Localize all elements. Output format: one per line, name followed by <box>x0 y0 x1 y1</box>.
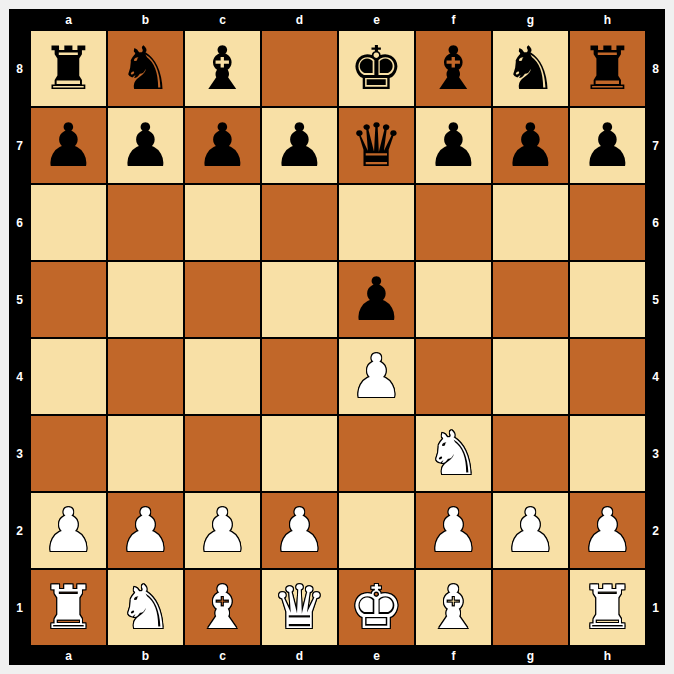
square-d3[interactable] <box>261 415 338 492</box>
square-h7[interactable]: ♟ <box>569 107 646 184</box>
piece-black-pawn[interactable]: ♟ <box>350 262 404 337</box>
square-h4[interactable] <box>569 338 646 415</box>
file-label-b: b <box>107 9 184 30</box>
piece-white-pawn[interactable]: ♟ <box>273 493 327 568</box>
frame-corner <box>9 646 30 665</box>
piece-white-pawn[interactable]: ♟ <box>350 339 404 414</box>
piece-white-rook[interactable]: ♜ <box>42 570 96 645</box>
piece-white-knight[interactable]: ♞ <box>427 416 481 491</box>
square-e1[interactable]: ♚ <box>338 569 415 646</box>
frame-corner <box>9 9 30 30</box>
file-label-e: e <box>338 9 415 30</box>
piece-black-king[interactable]: ♚ <box>350 31 404 106</box>
square-e8[interactable]: ♚ <box>338 30 415 107</box>
file-label-b: b <box>107 646 184 665</box>
piece-black-knight[interactable]: ♞ <box>119 31 173 106</box>
rank-label-6: 6 <box>646 184 665 261</box>
square-g2[interactable]: ♟ <box>492 492 569 569</box>
file-label-c: c <box>184 646 261 665</box>
file-label-h: h <box>569 9 646 30</box>
square-a1[interactable]: ♜ <box>30 569 107 646</box>
square-d7[interactable]: ♟ <box>261 107 338 184</box>
square-d5[interactable] <box>261 261 338 338</box>
piece-black-bishop[interactable]: ♝ <box>196 31 250 106</box>
rank-label-7: 7 <box>646 107 665 184</box>
square-f2[interactable]: ♟ <box>415 492 492 569</box>
square-b7[interactable]: ♟ <box>107 107 184 184</box>
square-g7[interactable]: ♟ <box>492 107 569 184</box>
rank-label-4: 4 <box>9 338 30 415</box>
rank-label-1: 1 <box>646 569 665 646</box>
piece-black-bishop[interactable]: ♝ <box>427 31 481 106</box>
piece-white-pawn[interactable]: ♟ <box>504 493 558 568</box>
rank-label-3: 3 <box>646 415 665 492</box>
square-d6[interactable] <box>261 184 338 261</box>
square-f1[interactable]: ♝ <box>415 569 492 646</box>
frame-corner <box>646 646 665 665</box>
file-label-f: f <box>415 646 492 665</box>
rank-label-2: 2 <box>9 492 30 569</box>
square-a2[interactable]: ♟ <box>30 492 107 569</box>
file-label-h: h <box>569 646 646 665</box>
square-a8[interactable]: ♜ <box>30 30 107 107</box>
square-a4[interactable] <box>30 338 107 415</box>
piece-black-knight[interactable]: ♞ <box>504 31 558 106</box>
rank-labels-left: 87654321 <box>9 30 30 646</box>
rank-label-5: 5 <box>646 261 665 338</box>
piece-white-bishop[interactable]: ♝ <box>427 570 481 645</box>
piece-white-pawn[interactable]: ♟ <box>42 493 96 568</box>
square-d8[interactable] <box>261 30 338 107</box>
piece-black-pawn[interactable]: ♟ <box>504 108 558 183</box>
piece-white-rook[interactable]: ♜ <box>581 570 635 645</box>
rank-labels-right: 87654321 <box>646 30 665 646</box>
piece-white-bishop[interactable]: ♝ <box>196 570 250 645</box>
square-e4[interactable]: ♟ <box>338 338 415 415</box>
square-f8[interactable]: ♝ <box>415 30 492 107</box>
square-d1[interactable]: ♛ <box>261 569 338 646</box>
square-d4[interactable] <box>261 338 338 415</box>
square-c8[interactable]: ♝ <box>184 30 261 107</box>
rank-label-8: 8 <box>646 30 665 107</box>
square-b8[interactable]: ♞ <box>107 30 184 107</box>
square-c6[interactable] <box>184 184 261 261</box>
square-c3[interactable] <box>184 415 261 492</box>
frame-corner <box>646 9 665 30</box>
file-label-a: a <box>30 9 107 30</box>
square-b4[interactable] <box>107 338 184 415</box>
rank-label-6: 6 <box>9 184 30 261</box>
square-h2[interactable]: ♟ <box>569 492 646 569</box>
file-label-g: g <box>492 9 569 30</box>
square-h1[interactable]: ♜ <box>569 569 646 646</box>
square-b1[interactable]: ♞ <box>107 569 184 646</box>
square-f4[interactable] <box>415 338 492 415</box>
square-b5[interactable] <box>107 261 184 338</box>
piece-white-knight[interactable]: ♞ <box>119 570 173 645</box>
piece-black-pawn[interactable]: ♟ <box>581 108 635 183</box>
square-h6[interactable] <box>569 184 646 261</box>
square-g6[interactable] <box>492 184 569 261</box>
square-c2[interactable]: ♟ <box>184 492 261 569</box>
file-label-e: e <box>338 646 415 665</box>
piece-black-rook[interactable]: ♜ <box>581 31 635 106</box>
square-e2[interactable] <box>338 492 415 569</box>
square-c4[interactable] <box>184 338 261 415</box>
file-label-d: d <box>261 9 338 30</box>
piece-white-queen[interactable]: ♛ <box>273 570 327 645</box>
piece-black-pawn[interactable]: ♟ <box>427 108 481 183</box>
file-labels-bottom: abcdefgh <box>30 646 646 665</box>
square-a5[interactable] <box>30 261 107 338</box>
square-h5[interactable] <box>569 261 646 338</box>
square-f5[interactable] <box>415 261 492 338</box>
file-label-c: c <box>184 9 261 30</box>
rank-label-7: 7 <box>9 107 30 184</box>
square-f3[interactable]: ♞ <box>415 415 492 492</box>
page-background: abcdefgh 87654321 ♜♞♝♚♝♞♜♟♟♟♟♛♟♟♟♟♟♞♟♟♟♟… <box>0 0 674 674</box>
rank-label-2: 2 <box>646 492 665 569</box>
rank-label-4: 4 <box>646 338 665 415</box>
rank-label-1: 1 <box>9 569 30 646</box>
square-g1[interactable] <box>492 569 569 646</box>
square-e5[interactable]: ♟ <box>338 261 415 338</box>
piece-black-rook[interactable]: ♜ <box>42 31 96 106</box>
piece-black-pawn[interactable]: ♟ <box>42 108 96 183</box>
piece-black-pawn[interactable]: ♟ <box>273 108 327 183</box>
file-label-g: g <box>492 646 569 665</box>
file-labels-top: abcdefgh <box>30 9 646 30</box>
piece-black-pawn[interactable]: ♟ <box>119 108 173 183</box>
square-b3[interactable] <box>107 415 184 492</box>
file-label-f: f <box>415 9 492 30</box>
square-h3[interactable] <box>569 415 646 492</box>
square-g8[interactable]: ♞ <box>492 30 569 107</box>
piece-white-pawn[interactable]: ♟ <box>119 493 173 568</box>
piece-white-pawn[interactable]: ♟ <box>581 493 635 568</box>
chess-board: ♜♞♝♚♝♞♜♟♟♟♟♛♟♟♟♟♟♞♟♟♟♟♟♟♟♜♞♝♛♚♝♜ <box>30 30 646 646</box>
piece-white-king[interactable]: ♚ <box>350 570 404 645</box>
square-a7[interactable]: ♟ <box>30 107 107 184</box>
square-c7[interactable]: ♟ <box>184 107 261 184</box>
square-a6[interactable] <box>30 184 107 261</box>
piece-white-pawn[interactable]: ♟ <box>196 493 250 568</box>
rank-label-3: 3 <box>9 415 30 492</box>
square-f6[interactable] <box>415 184 492 261</box>
square-e3[interactable] <box>338 415 415 492</box>
square-e7[interactable]: ♛ <box>338 107 415 184</box>
square-g3[interactable] <box>492 415 569 492</box>
rank-label-8: 8 <box>9 30 30 107</box>
piece-white-pawn[interactable]: ♟ <box>427 493 481 568</box>
square-b6[interactable] <box>107 184 184 261</box>
file-label-a: a <box>30 646 107 665</box>
file-label-d: d <box>261 646 338 665</box>
piece-black-queen[interactable]: ♛ <box>350 108 404 183</box>
square-g5[interactable] <box>492 261 569 338</box>
square-a3[interactable] <box>30 415 107 492</box>
rank-label-5: 5 <box>9 261 30 338</box>
chess-board-frame: abcdefgh 87654321 ♜♞♝♚♝♞♜♟♟♟♟♛♟♟♟♟♟♞♟♟♟♟… <box>9 9 665 665</box>
square-e6[interactable] <box>338 184 415 261</box>
square-c1[interactable]: ♝ <box>184 569 261 646</box>
square-c5[interactable] <box>184 261 261 338</box>
square-b2[interactable]: ♟ <box>107 492 184 569</box>
square-h8[interactable]: ♜ <box>569 30 646 107</box>
square-g4[interactable] <box>492 338 569 415</box>
square-f7[interactable]: ♟ <box>415 107 492 184</box>
piece-black-pawn[interactable]: ♟ <box>196 108 250 183</box>
square-d2[interactable]: ♟ <box>261 492 338 569</box>
